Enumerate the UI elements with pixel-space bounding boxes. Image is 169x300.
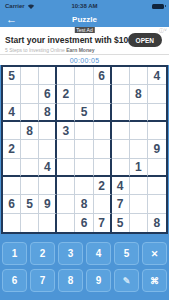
cell-r6c8[interactable]: 1	[130, 159, 148, 177]
cell-r4c9[interactable]	[148, 122, 166, 140]
cell-r3c8[interactable]	[130, 104, 148, 122]
key-5[interactable]: 5	[114, 242, 139, 265]
key-6[interactable]: 6	[2, 269, 27, 292]
cell-r7c1[interactable]	[3, 177, 21, 195]
cell-r6c3[interactable]: 4	[39, 159, 57, 177]
cell-r3c3[interactable]: 8	[39, 104, 57, 122]
cell-r1c6[interactable]: 6	[94, 67, 112, 85]
cell-r3c4[interactable]	[57, 104, 75, 122]
key-9[interactable]: 9	[86, 269, 111, 292]
erase-key[interactable]: ✕	[142, 242, 167, 265]
app-screen: Carrier 10:38 AM ← Puzzle Test Ad ⓘ˅ Sta…	[0, 0, 169, 300]
test-ad-badge: Test Ad	[74, 27, 94, 33]
number-keypad: 1 2 3 4 5 ✕ 6 7 8 9 ✎ ⌘	[0, 234, 169, 300]
page-title: Puzzle	[72, 15, 97, 24]
cell-r6c4[interactable]	[57, 159, 75, 177]
timer-strip: 00:00:05	[0, 55, 169, 65]
cell-r7c6[interactable]: 2	[94, 177, 112, 195]
cell-r5c9[interactable]: 9	[148, 140, 166, 158]
cell-r2c1[interactable]	[3, 85, 21, 103]
cell-r6c6[interactable]	[94, 159, 112, 177]
keypad-row-2: 6 7 8 9 ✎ ⌘	[2, 269, 167, 292]
cell-r8c1[interactable]: 6	[3, 195, 21, 213]
cell-r4c8[interactable]	[130, 122, 148, 140]
cell-r9c9[interactable]: 8	[148, 214, 166, 232]
status-time: 10:38 AM	[0, 3, 169, 9]
cell-r1c1[interactable]: 5	[3, 67, 21, 85]
nav-bar: ← Puzzle	[0, 12, 169, 27]
cell-r5c7[interactable]	[112, 140, 130, 158]
cell-r2c6[interactable]	[94, 85, 112, 103]
cell-r1c9[interactable]: 4	[148, 67, 166, 85]
cell-r7c8[interactable]	[130, 177, 148, 195]
cell-r4c2[interactable]: 8	[21, 122, 39, 140]
cell-r7c5[interactable]	[75, 177, 93, 195]
cell-r7c4[interactable]	[57, 177, 75, 195]
cell-r6c7[interactable]	[112, 159, 130, 177]
cell-r9c5[interactable]: 6	[75, 214, 93, 232]
cell-r3c7[interactable]	[112, 104, 130, 122]
cell-r9c2[interactable]	[21, 214, 39, 232]
cell-r2c7[interactable]	[112, 85, 130, 103]
cell-r3c2[interactable]	[21, 104, 39, 122]
sudoku-grid: 56462848583294124659876758	[1, 65, 168, 234]
back-icon[interactable]: ←	[6, 12, 17, 27]
cell-r4c4[interactable]: 3	[57, 122, 75, 140]
cell-r2c3[interactable]: 6	[39, 85, 57, 103]
cell-r4c6[interactable]	[94, 122, 112, 140]
cell-r1c2[interactable]	[21, 67, 39, 85]
cell-r5c1[interactable]: 2	[3, 140, 21, 158]
cell-r6c9[interactable]	[148, 159, 166, 177]
cell-r1c5[interactable]	[75, 67, 93, 85]
ad-banner[interactable]: Test Ad ⓘ˅ Start your investment with $1…	[0, 27, 169, 55]
key-4[interactable]: 4	[86, 242, 111, 265]
cell-r9c4[interactable]	[57, 214, 75, 232]
command-key[interactable]: ⌘	[142, 269, 167, 292]
cell-r8c4[interactable]	[57, 195, 75, 213]
cell-r3c6[interactable]	[94, 104, 112, 122]
cell-r4c3[interactable]	[39, 122, 57, 140]
cell-r5c2[interactable]	[21, 140, 39, 158]
cell-r8c2[interactable]: 5	[21, 195, 39, 213]
cell-r1c3[interactable]	[39, 67, 57, 85]
cell-r7c3[interactable]	[39, 177, 57, 195]
game-timer: 00:00:05	[70, 57, 100, 64]
cell-r1c7[interactable]	[112, 67, 130, 85]
cell-r9c6[interactable]: 7	[94, 214, 112, 232]
status-bar: Carrier 10:38 AM	[0, 0, 169, 12]
ad-sub-prefix: 5 Steps to Investing Online	[5, 47, 66, 53]
cell-r9c8[interactable]	[130, 214, 148, 232]
cell-r2c8[interactable]: 8	[130, 85, 148, 103]
cell-r7c9[interactable]	[148, 177, 166, 195]
pencil-key[interactable]: ✎	[114, 269, 139, 292]
ad-sub-bold: Earn Money	[66, 47, 94, 53]
cell-r2c4[interactable]: 2	[57, 85, 75, 103]
ad-headline: Start your investment with $10	[5, 35, 128, 45]
ad-subline: 5 Steps to Investing Online Earn Money	[5, 47, 95, 53]
cell-r3c1[interactable]: 4	[3, 104, 21, 122]
cell-r7c2[interactable]	[21, 177, 39, 195]
ad-open-button[interactable]: OPEN	[128, 33, 162, 47]
key-1[interactable]: 1	[2, 242, 27, 265]
cell-r2c9[interactable]	[148, 85, 166, 103]
cell-r6c5[interactable]	[75, 159, 93, 177]
adchoices-icon[interactable]: ⓘ˅	[159, 28, 167, 33]
sudoku-board-area: 56462848583294124659876758	[0, 65, 169, 234]
cell-r8c8[interactable]	[130, 195, 148, 213]
cell-r3c5[interactable]: 5	[75, 104, 93, 122]
cell-r8c3[interactable]: 9	[39, 195, 57, 213]
cell-r3c9[interactable]	[148, 104, 166, 122]
cell-r9c7[interactable]: 5	[112, 214, 130, 232]
cell-r5c6[interactable]	[94, 140, 112, 158]
cell-r5c3[interactable]	[39, 140, 57, 158]
cell-r9c3[interactable]	[39, 214, 57, 232]
cell-r6c1[interactable]	[3, 159, 21, 177]
keypad-row-1: 1 2 3 4 5 ✕	[2, 242, 167, 265]
cell-r5c8[interactable]	[130, 140, 148, 158]
key-7[interactable]: 7	[30, 269, 55, 292]
cell-r8c7[interactable]: 7	[112, 195, 130, 213]
cell-r5c4[interactable]	[57, 140, 75, 158]
cell-r4c5[interactable]	[75, 122, 93, 140]
cell-r6c2[interactable]	[21, 159, 39, 177]
battery-icon	[152, 4, 164, 9]
cell-r8c6[interactable]	[94, 195, 112, 213]
cell-r2c5[interactable]	[75, 85, 93, 103]
cell-r5c5[interactable]	[75, 140, 93, 158]
cell-r4c7[interactable]	[112, 122, 130, 140]
cell-r9c1[interactable]	[3, 214, 21, 232]
cell-r8c5[interactable]: 8	[75, 195, 93, 213]
cell-r1c8[interactable]	[130, 67, 148, 85]
cell-r4c1[interactable]	[3, 122, 21, 140]
key-2[interactable]: 2	[30, 242, 55, 265]
cell-r2c2[interactable]	[21, 85, 39, 103]
key-8[interactable]: 8	[58, 269, 83, 292]
cell-r1c4[interactable]	[57, 67, 75, 85]
cell-r8c9[interactable]	[148, 195, 166, 213]
cell-r7c7[interactable]: 4	[112, 177, 130, 195]
key-3[interactable]: 3	[58, 242, 83, 265]
